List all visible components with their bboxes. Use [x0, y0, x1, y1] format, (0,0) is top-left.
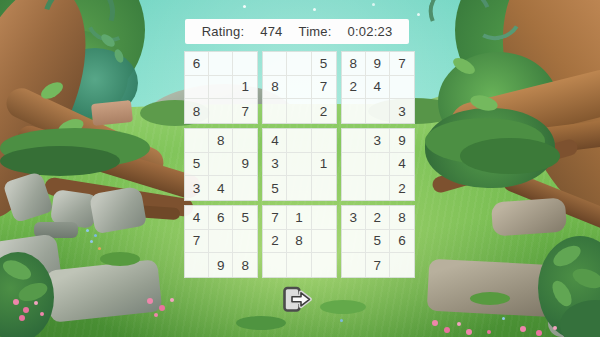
sudoku-cell-r2c5[interactable]: [287, 76, 311, 100]
sudoku-cell-r3c3[interactable]: 7: [233, 99, 257, 123]
sudoku-cell-r7c4[interactable]: 7: [263, 206, 287, 230]
sudoku-cell-r6c8[interactable]: [366, 176, 390, 200]
time-value: 0:02:23: [348, 24, 393, 39]
sudoku-cell-r8c6[interactable]: [312, 230, 336, 254]
sudoku-cell-r4c1[interactable]: [185, 129, 209, 153]
sudoku-cell-r7c8[interactable]: 2: [366, 206, 390, 230]
sudoku-box-3: 897243: [341, 51, 415, 124]
sudoku-cell-r1c8[interactable]: 9: [366, 52, 390, 76]
sudoku-cell-r3c6[interactable]: 2: [312, 99, 336, 123]
sudoku-cell-r4c5[interactable]: [287, 129, 311, 153]
exit-button[interactable]: [281, 285, 313, 314]
sudoku-cell-r1c6[interactable]: 5: [312, 52, 336, 76]
grass-tuft: [320, 300, 366, 314]
sudoku-cell-r2c4[interactable]: 8: [263, 76, 287, 100]
sudoku-cell-r2c2[interactable]: [209, 76, 233, 100]
blue-flower-dots: [0, 0, 3, 3]
sudoku-cell-r2c1[interactable]: [185, 76, 209, 100]
sudoku-box-1: 6187: [184, 51, 258, 124]
sudoku-cell-r2c6[interactable]: 7: [312, 76, 336, 100]
sudoku-cell-r6c6[interactable]: [312, 176, 336, 200]
sudoku-cell-r2c8[interactable]: 4: [366, 76, 390, 100]
sudoku-cell-r9c4[interactable]: [263, 253, 287, 277]
sudoku-cell-r7c2[interactable]: 6: [209, 206, 233, 230]
sudoku-cell-r3c1[interactable]: 8: [185, 99, 209, 123]
sudoku-cell-r6c7[interactable]: [342, 176, 366, 200]
sudoku-cell-r8c8[interactable]: 5: [366, 230, 390, 254]
sudoku-cell-r2c9[interactable]: [390, 76, 414, 100]
sudoku-cell-r6c5[interactable]: [287, 176, 311, 200]
sudoku-box-7: 465798: [184, 205, 258, 278]
sudoku-cell-r8c9[interactable]: 6: [390, 230, 414, 254]
sudoku-cell-r8c4[interactable]: 2: [263, 230, 287, 254]
sudoku-cell-r4c2[interactable]: 8: [209, 129, 233, 153]
sudoku-cell-r5c1[interactable]: 5: [185, 153, 209, 177]
sudoku-cell-r5c7[interactable]: [342, 153, 366, 177]
sudoku-cell-r9c5[interactable]: [287, 253, 311, 277]
sudoku-box-5: 4315: [262, 128, 336, 201]
sudoku-cell-r3c5[interactable]: [287, 99, 311, 123]
sudoku-cell-r2c3[interactable]: 1: [233, 76, 257, 100]
rating-label: Rating:: [202, 24, 245, 39]
sudoku-cell-r3c7[interactable]: [342, 99, 366, 123]
sudoku-cell-r9c9[interactable]: [390, 253, 414, 277]
sudoku-cell-r4c8[interactable]: 3: [366, 129, 390, 153]
sudoku-box-6: 3942: [341, 128, 415, 201]
sudoku-cell-r6c3[interactable]: [233, 176, 257, 200]
sudoku-cell-r5c5[interactable]: [287, 153, 311, 177]
sudoku-cell-r1c7[interactable]: 8: [342, 52, 366, 76]
grass-tuft: [470, 292, 510, 305]
sudoku-cell-r3c9[interactable]: 3: [390, 99, 414, 123]
sudoku-cell-r9c6[interactable]: [312, 253, 336, 277]
sudoku-box-2: 5872: [262, 51, 336, 124]
sudoku-cell-r9c1[interactable]: [185, 253, 209, 277]
sudoku-cell-r1c9[interactable]: 7: [390, 52, 414, 76]
sudoku-box-8: 7128: [262, 205, 336, 278]
sudoku-cell-r4c4[interactable]: 4: [263, 129, 287, 153]
right-bush: [460, 138, 560, 174]
sudoku-cell-r6c9[interactable]: 2: [390, 176, 414, 200]
sudoku-cell-r6c4[interactable]: 5: [263, 176, 287, 200]
grass-tuft: [236, 316, 286, 330]
sudoku-board: 6187587289724385934431539424657987128328…: [184, 51, 415, 278]
sudoku-cell-r5c9[interactable]: 4: [390, 153, 414, 177]
sudoku-cell-r9c7[interactable]: [342, 253, 366, 277]
sudoku-cell-r1c5[interactable]: [287, 52, 311, 76]
sudoku-cell-r9c2[interactable]: 9: [209, 253, 233, 277]
sudoku-cell-r4c3[interactable]: [233, 129, 257, 153]
sudoku-cell-r1c4[interactable]: [263, 52, 287, 76]
sudoku-cell-r1c3[interactable]: [233, 52, 257, 76]
sudoku-cell-r7c7[interactable]: 3: [342, 206, 366, 230]
sudoku-cell-r9c8[interactable]: 7: [366, 253, 390, 277]
game-screen: Rating: 474 Time: 0:02:23 61875872897243…: [0, 0, 600, 337]
sudoku-cell-r7c6[interactable]: [312, 206, 336, 230]
sudoku-cell-r8c3[interactable]: [233, 230, 257, 254]
grass-tuft: [100, 252, 140, 266]
sudoku-cell-r8c7[interactable]: [342, 230, 366, 254]
sudoku-cell-r7c5[interactable]: 1: [287, 206, 311, 230]
sudoku-cell-r6c2[interactable]: 4: [209, 176, 233, 200]
sudoku-cell-r5c3[interactable]: 9: [233, 153, 257, 177]
sudoku-cell-r3c4[interactable]: [263, 99, 287, 123]
sudoku-cell-r5c8[interactable]: [366, 153, 390, 177]
sudoku-cell-r7c1[interactable]: 4: [185, 206, 209, 230]
sudoku-cell-r5c4[interactable]: 3: [263, 153, 287, 177]
sudoku-cell-r8c1[interactable]: 7: [185, 230, 209, 254]
rating-value: 474: [260, 24, 282, 39]
sudoku-cell-r5c6[interactable]: 1: [312, 153, 336, 177]
left-stone-block: [91, 100, 133, 126]
stats-bar: Rating: 474 Time: 0:02:23: [185, 19, 409, 44]
exit-icon: [282, 286, 312, 313]
sudoku-box-9: 328567: [341, 205, 415, 278]
sudoku-cell-r8c5[interactable]: 8: [287, 230, 311, 254]
sudoku-box-4: 85934: [184, 128, 258, 201]
sudoku-cell-r2c7[interactable]: 2: [342, 76, 366, 100]
left-bush: [0, 146, 120, 176]
sudoku-cell-r5c2[interactable]: [209, 153, 233, 177]
sudoku-cell-r3c8[interactable]: [366, 99, 390, 123]
rock: [491, 197, 567, 236]
sudoku-cell-r7c9[interactable]: 8: [390, 206, 414, 230]
sudoku-cell-r4c7[interactable]: [342, 129, 366, 153]
sudoku-cell-r9c3[interactable]: 8: [233, 253, 257, 277]
sudoku-cell-r6c1[interactable]: 3: [185, 176, 209, 200]
sudoku-cell-r4c9[interactable]: 9: [390, 129, 414, 153]
sudoku-cell-r8c2[interactable]: [209, 230, 233, 254]
sudoku-cell-r1c1[interactable]: 6: [185, 52, 209, 76]
sudoku-cell-r4c6[interactable]: [312, 129, 336, 153]
sudoku-cell-r1c2[interactable]: [209, 52, 233, 76]
time-label: Time:: [299, 24, 332, 39]
sudoku-cell-r7c3[interactable]: 5: [233, 206, 257, 230]
sudoku-cell-r3c2[interactable]: [209, 99, 233, 123]
